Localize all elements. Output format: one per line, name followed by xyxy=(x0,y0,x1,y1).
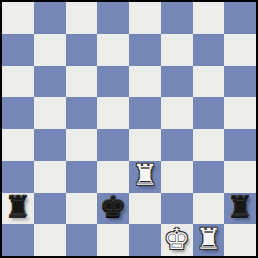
square-f8[interactable] xyxy=(161,2,193,34)
square-f7[interactable] xyxy=(161,34,193,66)
square-a3[interactable] xyxy=(2,161,34,193)
square-g3[interactable] xyxy=(193,161,225,193)
square-f2[interactable] xyxy=(161,193,193,225)
square-h1[interactable] xyxy=(224,224,256,256)
square-c8[interactable] xyxy=(66,2,98,34)
square-c7[interactable] xyxy=(66,34,98,66)
chess-board: ♜♜♚♜♚♜ xyxy=(0,0,258,258)
piece-black-king[interactable]: ♚ xyxy=(100,193,126,222)
square-g8[interactable] xyxy=(193,2,225,34)
square-g1[interactable]: ♜ xyxy=(193,224,225,256)
square-b3[interactable] xyxy=(34,161,66,193)
square-g7[interactable] xyxy=(193,34,225,66)
piece-black-rook[interactable]: ♜ xyxy=(227,193,253,222)
square-e3[interactable]: ♜ xyxy=(129,161,161,193)
square-f3[interactable] xyxy=(161,161,193,193)
square-e8[interactable] xyxy=(129,2,161,34)
square-h3[interactable] xyxy=(224,161,256,193)
square-c3[interactable] xyxy=(66,161,98,193)
piece-white-king[interactable]: ♚ xyxy=(164,225,190,254)
square-e6[interactable] xyxy=(129,66,161,98)
square-g4[interactable] xyxy=(193,129,225,161)
square-a2[interactable]: ♜ xyxy=(2,193,34,225)
square-a5[interactable] xyxy=(2,97,34,129)
square-c5[interactable] xyxy=(66,97,98,129)
square-a6[interactable] xyxy=(2,66,34,98)
square-g2[interactable] xyxy=(193,193,225,225)
square-d5[interactable] xyxy=(97,97,129,129)
square-c1[interactable] xyxy=(66,224,98,256)
square-e7[interactable] xyxy=(129,34,161,66)
square-d1[interactable] xyxy=(97,224,129,256)
square-b6[interactable] xyxy=(34,66,66,98)
square-e4[interactable] xyxy=(129,129,161,161)
square-h7[interactable] xyxy=(224,34,256,66)
square-e2[interactable] xyxy=(129,193,161,225)
square-h8[interactable] xyxy=(224,2,256,34)
chess-board-grid: ♜♜♚♜♚♜ xyxy=(2,2,256,256)
square-a1[interactable] xyxy=(2,224,34,256)
square-e1[interactable] xyxy=(129,224,161,256)
square-c6[interactable] xyxy=(66,66,98,98)
square-d3[interactable] xyxy=(97,161,129,193)
square-g6[interactable] xyxy=(193,66,225,98)
square-e5[interactable] xyxy=(129,97,161,129)
square-c2[interactable] xyxy=(66,193,98,225)
square-h6[interactable] xyxy=(224,66,256,98)
square-b7[interactable] xyxy=(34,34,66,66)
square-b8[interactable] xyxy=(34,2,66,34)
square-h5[interactable] xyxy=(224,97,256,129)
square-h2[interactable]: ♜ xyxy=(224,193,256,225)
piece-white-rook[interactable]: ♜ xyxy=(195,225,221,254)
square-g5[interactable] xyxy=(193,97,225,129)
square-d7[interactable] xyxy=(97,34,129,66)
square-a4[interactable] xyxy=(2,129,34,161)
square-b2[interactable] xyxy=(34,193,66,225)
square-f4[interactable] xyxy=(161,129,193,161)
square-b5[interactable] xyxy=(34,97,66,129)
square-f1[interactable]: ♚ xyxy=(161,224,193,256)
square-b1[interactable] xyxy=(34,224,66,256)
piece-white-rook[interactable]: ♜ xyxy=(132,161,158,190)
piece-black-rook[interactable]: ♜ xyxy=(5,193,31,222)
square-h4[interactable] xyxy=(224,129,256,161)
square-f5[interactable] xyxy=(161,97,193,129)
square-d8[interactable] xyxy=(97,2,129,34)
square-d2[interactable]: ♚ xyxy=(97,193,129,225)
square-a7[interactable] xyxy=(2,34,34,66)
square-c4[interactable] xyxy=(66,129,98,161)
square-f6[interactable] xyxy=(161,66,193,98)
square-d4[interactable] xyxy=(97,129,129,161)
square-a8[interactable] xyxy=(2,2,34,34)
square-d6[interactable] xyxy=(97,66,129,98)
square-b4[interactable] xyxy=(34,129,66,161)
